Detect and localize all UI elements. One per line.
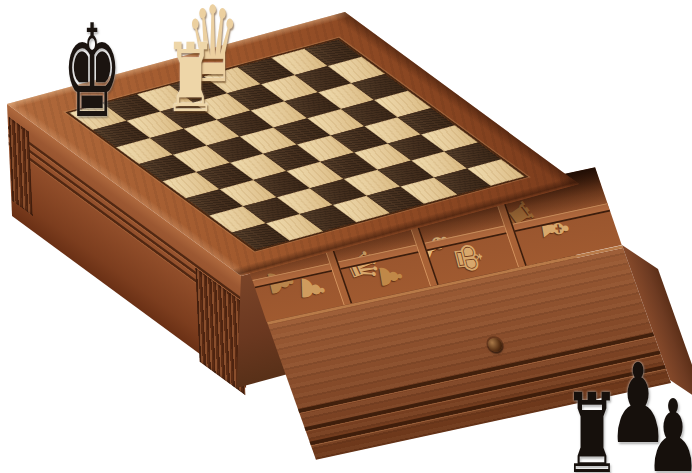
drawer-knob[interactable] xyxy=(486,337,504,353)
tray-piece[interactable]: ♟ xyxy=(374,263,408,291)
white-rook[interactable]: ♜ xyxy=(161,31,220,126)
black-king[interactable]: ♚ xyxy=(59,8,126,136)
corner-pillar-left xyxy=(9,117,33,216)
chess-box-photo: ♟♟♛♟♝♚♜♝ ♚♛♜♜♟♟ xyxy=(0,0,692,473)
loose-black-pawn-2[interactable]: ♟ xyxy=(642,387,692,473)
